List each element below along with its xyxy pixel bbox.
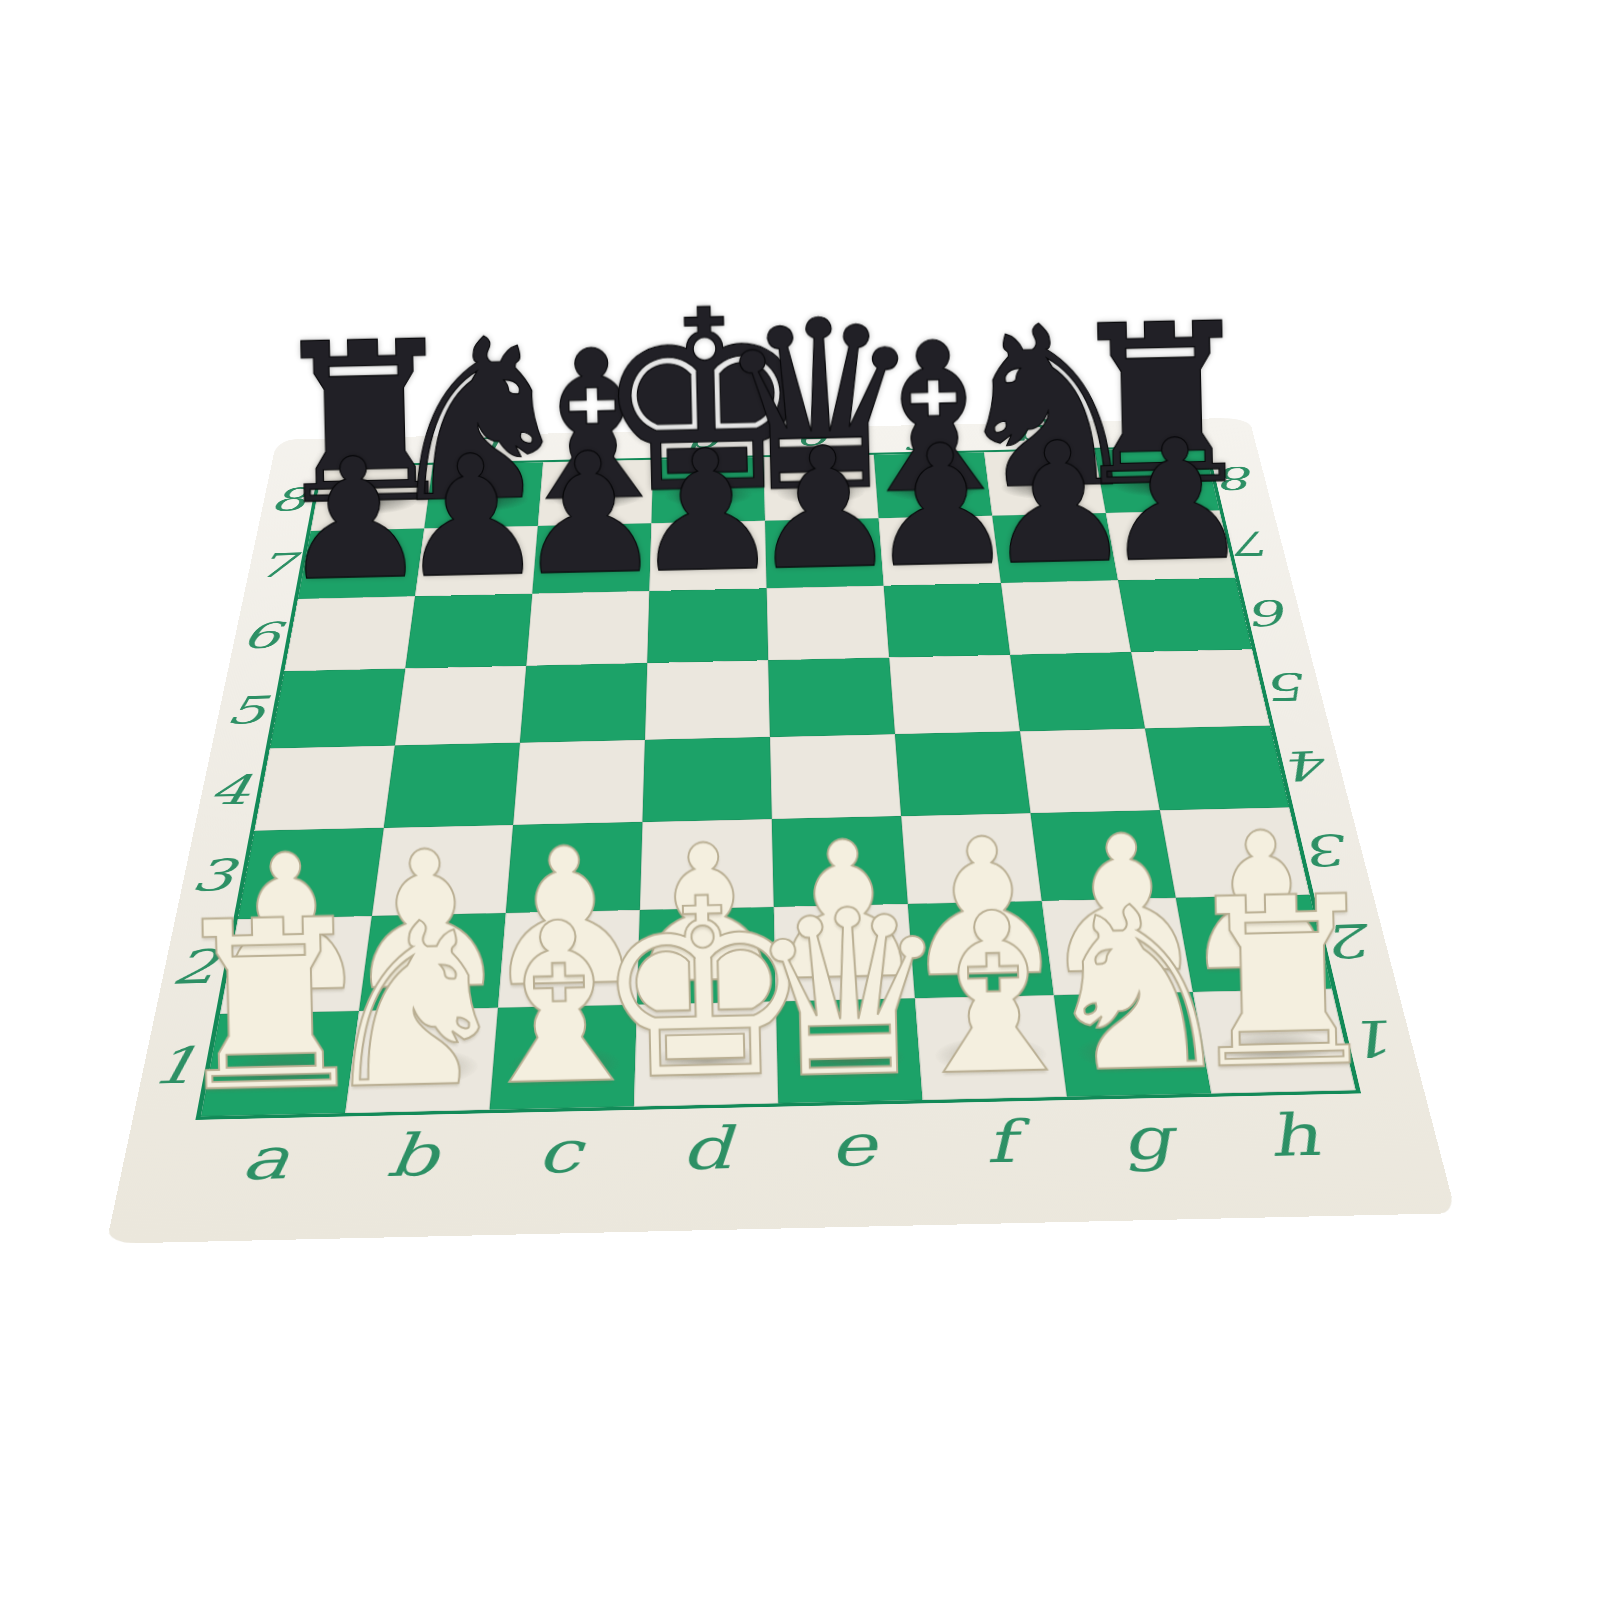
file-labels-bottom-b: b [334, 1116, 489, 1195]
rank-labels-right-5-text: 5 [1267, 664, 1316, 708]
square-a6[interactable] [284, 596, 415, 671]
square-a5[interactable] [270, 668, 405, 748]
file-labels-top-f-text: f [916, 421, 939, 455]
file-labels-top-b-text: b [471, 430, 508, 465]
square-b6[interactable] [405, 594, 532, 669]
square-h1[interactable]: ♜ [1193, 989, 1356, 1094]
file-labels-bottom-a: a [185, 1119, 344, 1198]
square-c6[interactable] [526, 591, 649, 666]
chess-board-grid: ♜♞♝♚♛♝♞♜♟♟♟♟♟♟♟♟♟♟♟♟♟♟♟♟♜♞♝♚♛♝♞♜ [201, 447, 1356, 1116]
file-labels-top-d-text: d [692, 426, 726, 461]
rank-labels-right-7-text: 7 [1234, 524, 1279, 563]
piece-white-rook-h1[interactable]: ♜ [1176, 865, 1389, 1102]
piece-black-pawn-h7[interactable]: ♟ [1099, 416, 1252, 586]
square-f6[interactable] [884, 583, 1010, 657]
square-g5[interactable] [1010, 652, 1145, 731]
square-g7[interactable]: ♟ [992, 513, 1118, 583]
square-e5[interactable] [768, 658, 895, 737]
rank-labels-right-4-text: 4 [1286, 742, 1337, 789]
file-labels-top-a-text: a [362, 433, 399, 468]
square-h7[interactable]: ♟ [1106, 510, 1235, 580]
chess-mat: 87654321 87654321 abcdefgh abcdefgh ♜♞♝♚… [106, 418, 1456, 1244]
file-labels-top-g-text: g [1018, 418, 1057, 452]
square-f7[interactable]: ♟ [879, 516, 1001, 586]
square-e7[interactable]: ♟ [765, 518, 884, 588]
file-labels-bottom-g: g [1068, 1100, 1226, 1178]
square-e6[interactable] [767, 586, 890, 661]
square-h6[interactable] [1118, 578, 1252, 652]
square-c5[interactable] [520, 663, 647, 743]
square-f5[interactable] [889, 655, 1020, 734]
file-labels-top-c-text: c [583, 428, 614, 463]
square-h5[interactable] [1131, 649, 1270, 728]
square-d5[interactable] [645, 660, 770, 740]
file-labels-top-e-text: e [802, 423, 835, 457]
rank-labels-right-6-text: 6 [1250, 592, 1297, 634]
perspective-scene: 87654321 87654321 abcdefgh abcdefgh ♜♞♝♚… [73, 0, 1456, 1244]
square-d6[interactable] [647, 588, 768, 663]
file-labels-bottom-h: h [1212, 1096, 1374, 1174]
file-labels-bottom-c: c [483, 1113, 634, 1192]
file-labels-bottom-f: f [923, 1103, 1077, 1181]
file-labels-bottom-e: e [778, 1106, 928, 1184]
square-g6[interactable] [1001, 580, 1131, 654]
file-labels-bottom-d: d [631, 1110, 780, 1189]
square-b5[interactable] [395, 666, 526, 746]
photo-scene: 87654321 87654321 abcdefgh abcdefgh ♜♞♝♚… [0, 0, 1600, 1600]
